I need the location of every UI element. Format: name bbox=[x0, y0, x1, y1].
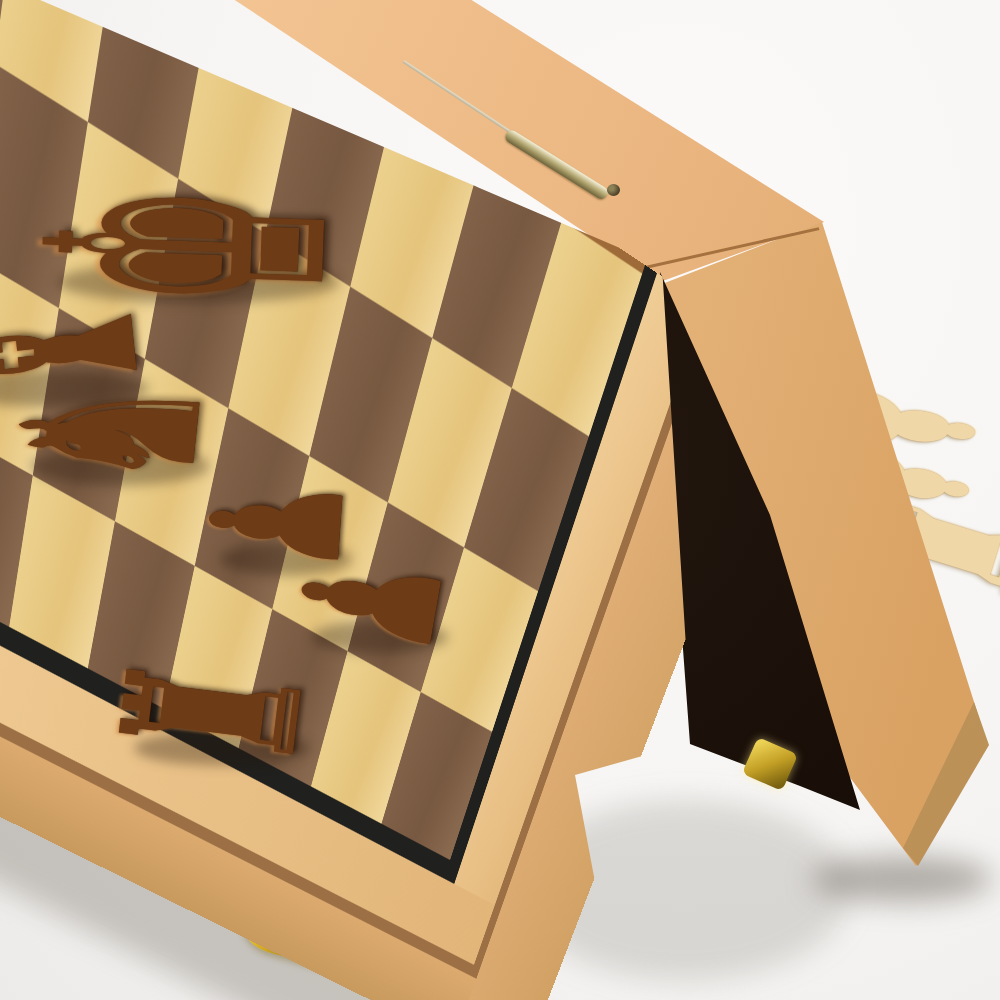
right-foot-shadow bbox=[812, 856, 992, 902]
light-pawn-1-piece: ♟ bbox=[801, 368, 1000, 479]
board-square bbox=[59, 122, 178, 359]
brass-clasp-ring bbox=[229, 864, 359, 972]
board-square bbox=[145, 179, 266, 409]
board-square bbox=[388, 338, 512, 547]
chess-board bbox=[0, 0, 645, 860]
board-square bbox=[228, 234, 350, 456]
tent-opening-shadow bbox=[520, 800, 850, 980]
frame-groove bbox=[470, 305, 712, 979]
border-pinstripe bbox=[0, 540, 460, 884]
dark-king-piece: ♚ bbox=[0, 178, 384, 314]
chessboard-panel bbox=[0, 0, 1000, 1000]
dark-knight-shadow bbox=[31, 446, 209, 485]
fold-seam-edge bbox=[0, 0, 791, 371]
board-square bbox=[348, 502, 464, 692]
right-panel-edge bbox=[0, 0, 1000, 1000]
dark-pawn-1-shadow bbox=[220, 542, 352, 575]
dark-bishop-piece: ♝ bbox=[0, 284, 182, 420]
board-square bbox=[239, 609, 348, 786]
board-square bbox=[311, 651, 421, 824]
dark-pawn-1-piece: ♟ bbox=[185, 468, 371, 577]
board-square bbox=[164, 566, 272, 748]
dark-pawn-2-piece: ♟ bbox=[272, 537, 472, 665]
board-square bbox=[0, 63, 88, 308]
brass-hinge-icon bbox=[503, 128, 610, 202]
folded-interior-shadow bbox=[0, 0, 1000, 1000]
board-square bbox=[0, 0, 120, 122]
board-square bbox=[88, 0, 215, 179]
dark-knight-piece: ♞ bbox=[0, 360, 239, 499]
dark-pieces-group: ♚♝♞♟♟♜ bbox=[0, 0, 1000, 1000]
board-square bbox=[350, 98, 481, 338]
board-square bbox=[464, 388, 589, 591]
fold-seam-line bbox=[402, 60, 510, 133]
brass-latch bbox=[742, 737, 798, 791]
board-square bbox=[88, 521, 195, 709]
right-foot-edge-face bbox=[0, 0, 1000, 1000]
panel-edge-face bbox=[0, 652, 476, 1000]
dark-rook-shadow bbox=[134, 731, 310, 766]
board-square bbox=[512, 211, 645, 436]
floor-shadows bbox=[0, 0, 1000, 1000]
board-square bbox=[0, 256, 59, 476]
ridge-hardware bbox=[0, 0, 1000, 1000]
board-square bbox=[266, 39, 396, 287]
board-square bbox=[272, 456, 388, 651]
board-square bbox=[421, 547, 538, 731]
light-pawn-2-piece: ♟ bbox=[816, 427, 995, 536]
dark-pawn-2-shadow bbox=[312, 620, 448, 653]
board-square bbox=[33, 308, 145, 521]
dark-bishop-shadow bbox=[0, 370, 148, 407]
board-square bbox=[309, 287, 432, 503]
floor-through-gap bbox=[0, 0, 1000, 1000]
hinge-end-cap bbox=[607, 184, 620, 196]
panel-edge-face bbox=[454, 310, 791, 1000]
board-square bbox=[178, 0, 307, 234]
clasp-opening bbox=[257, 887, 337, 951]
fold-seam-line bbox=[645, 227, 819, 269]
board-square bbox=[381, 692, 492, 860]
board-square bbox=[0, 0, 22, 63]
light-rook-piece: ♜ bbox=[838, 467, 1000, 623]
ridge-top-edge bbox=[0, 0, 1000, 1000]
board-square bbox=[195, 408, 310, 609]
dark-king-shadow bbox=[57, 261, 339, 303]
border-pinstripe bbox=[444, 265, 657, 884]
half-board-face bbox=[0, 0, 791, 1000]
board-square bbox=[432, 156, 564, 388]
dark-rook-piece: ♜ bbox=[89, 647, 340, 778]
board-square bbox=[0, 428, 33, 627]
beech-frame bbox=[434, 273, 704, 965]
board-square bbox=[9, 475, 115, 668]
light-pieces-group: ♟♟♜ bbox=[0, 0, 1000, 1000]
board-square bbox=[115, 359, 228, 566]
